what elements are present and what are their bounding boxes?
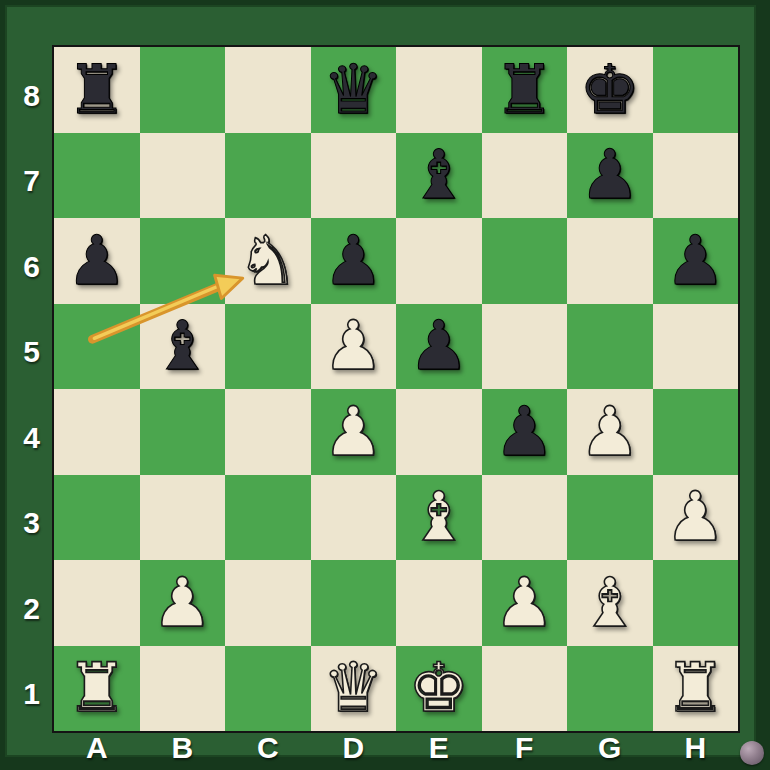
square-d3[interactable] (311, 475, 397, 561)
square-b7[interactable] (140, 133, 226, 219)
square-e5[interactable]: ♟ (396, 304, 482, 390)
square-f8[interactable]: ♜ (482, 47, 568, 133)
square-d2[interactable] (311, 560, 397, 646)
square-e7[interactable]: ♝ (396, 133, 482, 219)
rank-label-2: 2 (13, 566, 50, 652)
black-queen-d8[interactable]: ♛ (323, 56, 384, 124)
square-h5[interactable] (653, 304, 739, 390)
black-pawn-a6[interactable]: ♟ (66, 227, 127, 295)
black-rook-f8[interactable]: ♜ (494, 56, 555, 124)
file-label-g: G (567, 731, 653, 764)
square-f3[interactable] (482, 475, 568, 561)
white-rook-a1[interactable]: ♜ (66, 654, 127, 722)
rank-label-7: 7 (13, 139, 50, 225)
square-d6[interactable]: ♟ (311, 218, 397, 304)
square-d1[interactable]: ♛ (311, 646, 397, 732)
square-h8[interactable] (653, 47, 739, 133)
square-f4[interactable]: ♟ (482, 389, 568, 475)
black-king-g8[interactable]: ♚ (579, 56, 640, 124)
white-pawn-h3[interactable]: ♟ (665, 483, 726, 551)
file-label-c: C (225, 731, 311, 764)
white-bishop-e3[interactable]: ♝ (408, 483, 469, 551)
square-f6[interactable] (482, 218, 568, 304)
square-b5[interactable]: ♝ (140, 304, 226, 390)
square-f5[interactable] (482, 304, 568, 390)
square-g1[interactable] (567, 646, 653, 732)
square-b1[interactable] (140, 646, 226, 732)
file-labels: ABCDEFGH (54, 731, 738, 764)
square-g3[interactable] (567, 475, 653, 561)
square-a4[interactable] (54, 389, 140, 475)
black-bishop-b5[interactable]: ♝ (152, 312, 213, 380)
square-b3[interactable] (140, 475, 226, 561)
rank-label-3: 3 (13, 481, 50, 567)
black-pawn-f4[interactable]: ♟ (494, 398, 555, 466)
square-a1[interactable]: ♜ (54, 646, 140, 732)
square-b6[interactable] (140, 218, 226, 304)
white-pawn-f2[interactable]: ♟ (494, 569, 555, 637)
square-e8[interactable] (396, 47, 482, 133)
square-d7[interactable] (311, 133, 397, 219)
square-e4[interactable] (396, 389, 482, 475)
black-pawn-d6[interactable]: ♟ (323, 227, 384, 295)
square-f1[interactable] (482, 646, 568, 732)
black-bishop-e7[interactable]: ♝ (408, 141, 469, 209)
square-g2[interactable]: ♝ (567, 560, 653, 646)
rank-label-8: 8 (13, 53, 50, 139)
black-pawn-e5[interactable]: ♟ (408, 312, 469, 380)
white-queen-d1[interactable]: ♛ (323, 654, 384, 722)
square-c2[interactable] (225, 560, 311, 646)
file-label-a: A (54, 731, 140, 764)
rank-label-5: 5 (13, 310, 50, 396)
square-c7[interactable] (225, 133, 311, 219)
square-d5[interactable]: ♟ (311, 304, 397, 390)
square-d8[interactable]: ♛ (311, 47, 397, 133)
file-label-e: E (396, 731, 482, 764)
square-h4[interactable] (653, 389, 739, 475)
white-king-e1[interactable]: ♚ (408, 654, 469, 722)
file-label-d: D (311, 731, 397, 764)
square-h2[interactable] (653, 560, 739, 646)
chess-app: 87654321 ♜♛♜♚♝♟♟♞♟♟♝♟♟♟♟♟♝♟♟♟♝♜♛♚♜ ABCDE… (0, 0, 770, 770)
file-label-f: F (482, 731, 568, 764)
square-g7[interactable]: ♟ (567, 133, 653, 219)
rank-label-4: 4 (13, 395, 50, 481)
white-rook-h1[interactable]: ♜ (665, 654, 726, 722)
square-c3[interactable] (225, 475, 311, 561)
square-g4[interactable]: ♟ (567, 389, 653, 475)
white-knight-c6[interactable]: ♞ (237, 227, 298, 295)
rank-label-6: 6 (13, 224, 50, 310)
square-b2[interactable]: ♟ (140, 560, 226, 646)
square-a5[interactable] (54, 304, 140, 390)
chess-board: ♜♛♜♚♝♟♟♞♟♟♝♟♟♟♟♟♝♟♟♟♝♜♛♚♜ (52, 45, 740, 733)
square-h3[interactable]: ♟ (653, 475, 739, 561)
square-h7[interactable] (653, 133, 739, 219)
rank-labels: 87654321 (13, 47, 50, 731)
rank-label-1: 1 (13, 652, 50, 738)
square-a2[interactable] (54, 560, 140, 646)
black-rook-a8[interactable]: ♜ (66, 56, 127, 124)
white-pawn-b2[interactable]: ♟ (152, 569, 213, 637)
square-a3[interactable] (54, 475, 140, 561)
square-c1[interactable] (225, 646, 311, 732)
white-pawn-g4[interactable]: ♟ (579, 398, 640, 466)
square-e2[interactable] (396, 560, 482, 646)
square-b4[interactable] (140, 389, 226, 475)
file-label-h: H (653, 731, 739, 764)
black-pawn-g7[interactable]: ♟ (579, 141, 640, 209)
white-pawn-d4[interactable]: ♟ (323, 398, 384, 466)
square-f7[interactable] (482, 133, 568, 219)
square-a7[interactable] (54, 133, 140, 219)
square-a6[interactable]: ♟ (54, 218, 140, 304)
square-a8[interactable]: ♜ (54, 47, 140, 133)
square-g6[interactable] (567, 218, 653, 304)
corner-sphere-icon (740, 741, 764, 765)
square-g5[interactable] (567, 304, 653, 390)
square-c6[interactable]: ♞ (225, 218, 311, 304)
white-pawn-d5[interactable]: ♟ (323, 312, 384, 380)
black-pawn-h6[interactable]: ♟ (665, 227, 726, 295)
square-c8[interactable] (225, 47, 311, 133)
square-d4[interactable]: ♟ (311, 389, 397, 475)
square-c5[interactable] (225, 304, 311, 390)
square-e1[interactable]: ♚ (396, 646, 482, 732)
file-label-b: B (140, 731, 226, 764)
square-e6[interactable] (396, 218, 482, 304)
board-frame: 87654321 ♜♛♜♚♝♟♟♞♟♟♝♟♟♟♟♟♝♟♟♟♝♜♛♚♜ ABCDE… (7, 7, 754, 755)
square-h6[interactable]: ♟ (653, 218, 739, 304)
square-g8[interactable]: ♚ (567, 47, 653, 133)
square-b8[interactable] (140, 47, 226, 133)
square-f2[interactable]: ♟ (482, 560, 568, 646)
white-bishop-g2[interactable]: ♝ (579, 569, 640, 637)
square-h1[interactable]: ♜ (653, 646, 739, 732)
square-e3[interactable]: ♝ (396, 475, 482, 561)
square-c4[interactable] (225, 389, 311, 475)
